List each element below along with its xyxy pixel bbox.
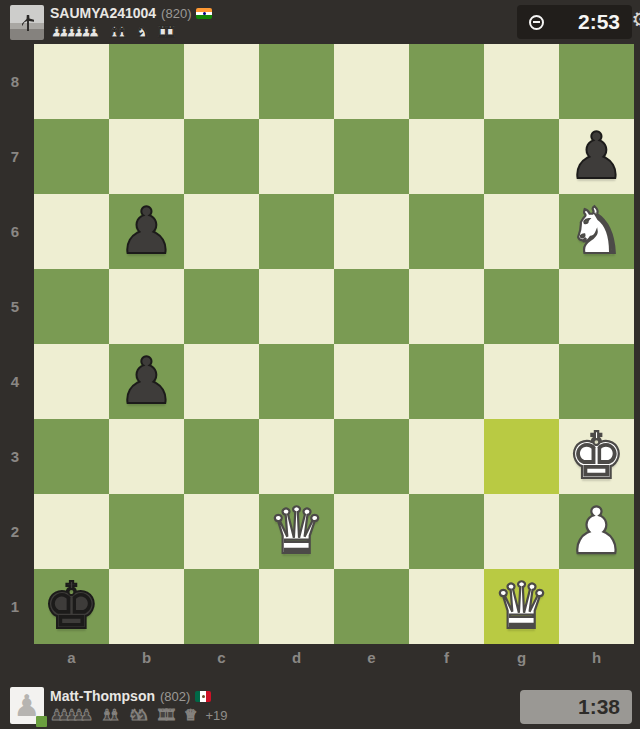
square-g1[interactable]: ♛	[484, 569, 559, 644]
square-b5[interactable]	[109, 269, 184, 344]
captured-rook-group: ♜♜	[156, 24, 177, 40]
captured-bishop-group: ♝♝	[108, 24, 129, 40]
square-f6[interactable]	[409, 194, 484, 269]
captured-bishop-icon: ♝	[115, 24, 128, 40]
captured-queen-icon: ♛	[184, 707, 197, 723]
file-label-f: f	[409, 644, 484, 670]
square-d3[interactable]	[259, 419, 334, 494]
square-b2[interactable]	[109, 494, 184, 569]
square-c7[interactable]	[184, 119, 259, 194]
square-h7[interactable]: ♟	[559, 119, 634, 194]
top-player-rating: (820)	[161, 6, 191, 21]
square-c1[interactable]	[184, 569, 259, 644]
square-b6[interactable]: ♟	[109, 194, 184, 269]
top-captured-pieces: ♟♟♟♟♟♟♝♝♞♜♜	[50, 24, 212, 40]
black-pawn-h7[interactable]: ♟	[559, 119, 634, 194]
file-label-a: a	[34, 644, 109, 670]
clock-icon	[529, 15, 544, 30]
square-e7[interactable]	[334, 119, 409, 194]
top-player-bar: SAUMYA241004 (820) ♟♟♟♟♟♟♝♝♞♜♜ 2:53 ⚙	[0, 0, 640, 44]
bottom-player-rating: (802)	[160, 689, 190, 704]
rank-label-1: 1	[0, 569, 30, 644]
file-label-h: h	[559, 644, 634, 670]
square-f3[interactable]	[409, 419, 484, 494]
square-h5[interactable]	[559, 269, 634, 344]
square-f1[interactable]	[409, 569, 484, 644]
square-c2[interactable]	[184, 494, 259, 569]
square-a3[interactable]	[34, 419, 109, 494]
square-e1[interactable]	[334, 569, 409, 644]
top-player-avatar[interactable]	[10, 5, 44, 40]
square-c8[interactable]	[184, 44, 259, 119]
square-b4[interactable]: ♟	[109, 344, 184, 419]
square-f7[interactable]	[409, 119, 484, 194]
square-a7[interactable]	[34, 119, 109, 194]
captured-pawn-icon: ♟	[87, 24, 100, 40]
square-b7[interactable]	[109, 119, 184, 194]
black-pawn-b6[interactable]: ♟	[109, 194, 184, 269]
bottom-player-avatar[interactable]: ♟	[10, 687, 44, 724]
bottom-player-bar: ♟ Matt-Thompson (802) ♟♟♟♟♟♝♝♞♞♜♜♛+19 1:…	[0, 683, 640, 729]
chess-board: ♟♟♞♟♚♛♟♚♛	[34, 44, 634, 644]
settings-gear-icon[interactable]: ⚙	[631, 9, 640, 31]
square-d4[interactable]	[259, 344, 334, 419]
file-label-d: d	[259, 644, 334, 670]
square-f5[interactable]	[409, 269, 484, 344]
rank-label-5: 5	[0, 269, 30, 344]
square-d2[interactable]: ♛	[259, 494, 334, 569]
square-c6[interactable]	[184, 194, 259, 269]
black-pawn-b4[interactable]: ♟	[109, 344, 184, 419]
square-b1[interactable]	[109, 569, 184, 644]
captured-knight-group: ♞	[136, 24, 149, 40]
square-d7[interactable]	[259, 119, 334, 194]
white-king-h3[interactable]: ♚	[559, 419, 634, 494]
square-d5[interactable]	[259, 269, 334, 344]
square-e2[interactable]	[334, 494, 409, 569]
top-player-clock: 2:53	[517, 5, 632, 39]
square-a4[interactable]	[34, 344, 109, 419]
square-h1[interactable]	[559, 569, 634, 644]
square-e5[interactable]	[334, 269, 409, 344]
captured-pawn-group: ♟♟♟♟♟	[50, 707, 93, 723]
square-a5[interactable]	[34, 269, 109, 344]
black-king-a1[interactable]: ♚	[34, 569, 109, 644]
rank-label-3: 3	[0, 419, 30, 494]
square-f8[interactable]	[409, 44, 484, 119]
square-e8[interactable]	[334, 44, 409, 119]
square-d1[interactable]	[259, 569, 334, 644]
captured-knight-icon: ♞	[136, 707, 149, 723]
square-g6[interactable]	[484, 194, 559, 269]
file-label-b: b	[109, 644, 184, 670]
top-clock-time: 2:53	[578, 10, 620, 34]
square-h6[interactable]: ♞	[559, 194, 634, 269]
avatar-person-silhouette	[22, 15, 34, 31]
square-g4[interactable]	[484, 344, 559, 419]
square-h4[interactable]	[559, 344, 634, 419]
square-d6[interactable]	[259, 194, 334, 269]
white-pawn-h2[interactable]: ♟	[559, 494, 634, 569]
bottom-clock-time: 1:38	[578, 695, 620, 719]
chess-app: SAUMYA241004 (820) ♟♟♟♟♟♟♝♝♞♜♜ 2:53 ⚙ 87…	[0, 0, 640, 729]
square-c4[interactable]	[184, 344, 259, 419]
rank-label-7: 7	[0, 119, 30, 194]
captured-bishop-icon: ♝	[108, 707, 121, 723]
captured-rook-group: ♜♜	[156, 707, 177, 723]
square-h8[interactable]	[559, 44, 634, 119]
square-g3[interactable]	[484, 419, 559, 494]
square-e6[interactable]	[334, 194, 409, 269]
square-g2[interactable]	[484, 494, 559, 569]
white-knight-h6[interactable]: ♞	[559, 194, 634, 269]
square-e4[interactable]	[334, 344, 409, 419]
white-queen-d2[interactable]: ♛	[259, 494, 334, 569]
online-status-badge	[36, 716, 47, 727]
file-labels: abcdefgh	[34, 644, 634, 670]
captured-pawn-group: ♟♟♟♟♟♟	[50, 24, 101, 40]
square-d8[interactable]	[259, 44, 334, 119]
rank-label-8: 8	[0, 44, 30, 119]
square-b8[interactable]	[109, 44, 184, 119]
india-flag-icon	[196, 8, 212, 19]
square-f2[interactable]	[409, 494, 484, 569]
bottom-player-info: Matt-Thompson (802) ♟♟♟♟♟♝♝♞♞♜♜♛+19	[50, 688, 228, 723]
bottom-player-clock: 1:38	[520, 690, 632, 724]
rank-label-2: 2	[0, 494, 30, 569]
square-a1[interactable]: ♚	[34, 569, 109, 644]
captured-knight-group: ♞♞	[128, 707, 149, 723]
captured-knight-icon: ♞	[136, 24, 149, 40]
white-queen-g1[interactable]: ♛	[484, 569, 559, 644]
file-label-e: e	[334, 644, 409, 670]
captured-pawn-icon: ♟	[80, 707, 93, 723]
square-b3[interactable]	[109, 419, 184, 494]
captured-bishop-group: ♝♝	[100, 707, 121, 723]
square-g8[interactable]	[484, 44, 559, 119]
bottom-player-name[interactable]: Matt-Thompson	[50, 688, 155, 704]
rank-label-4: 4	[0, 344, 30, 419]
square-h3[interactable]: ♚	[559, 419, 634, 494]
square-a6[interactable]	[34, 194, 109, 269]
square-g7[interactable]	[484, 119, 559, 194]
bottom-captured-pieces: ♟♟♟♟♟♝♝♞♞♜♜♛+19	[50, 707, 228, 723]
square-e3[interactable]	[334, 419, 409, 494]
square-c5[interactable]	[184, 269, 259, 344]
file-label-c: c	[184, 644, 259, 670]
top-player-info: SAUMYA241004 (820) ♟♟♟♟♟♟♝♝♞♜♜	[50, 5, 212, 40]
square-g5[interactable]	[484, 269, 559, 344]
top-player-name[interactable]: SAUMYA241004	[50, 5, 156, 21]
square-h2[interactable]: ♟	[559, 494, 634, 569]
captured-queen-group: ♛	[184, 707, 197, 723]
file-label-g: g	[484, 644, 559, 670]
square-a8[interactable]	[34, 44, 109, 119]
material-advantage: +19	[205, 708, 227, 723]
mexico-flag-icon	[195, 691, 211, 702]
rank-labels: 87654321	[0, 44, 34, 644]
square-c3[interactable]	[184, 419, 259, 494]
square-a2[interactable]	[34, 494, 109, 569]
rank-label-6: 6	[0, 194, 30, 269]
square-f4[interactable]	[409, 344, 484, 419]
captured-rook-icon: ♜	[164, 707, 177, 723]
captured-rook-icon: ♜	[164, 24, 177, 40]
